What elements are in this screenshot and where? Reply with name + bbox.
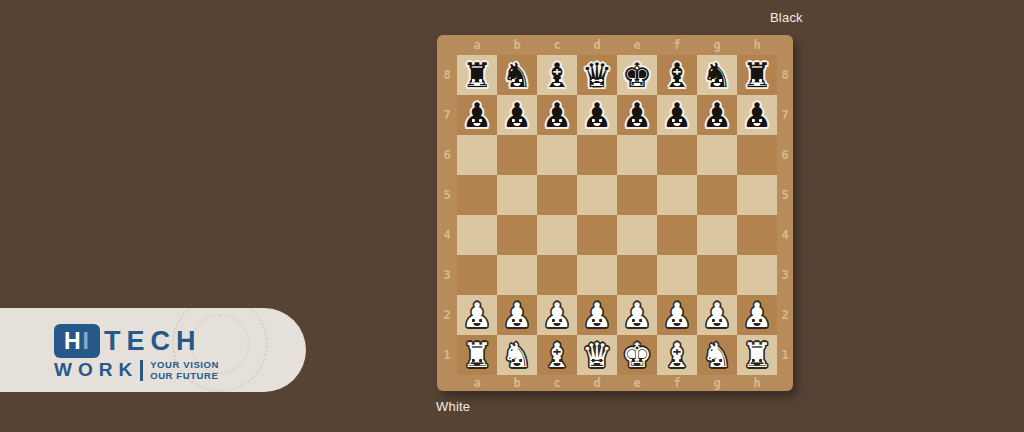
rank-label-right-5: 5 xyxy=(777,175,793,215)
piece-black-rook[interactable]: ♜ xyxy=(737,55,777,95)
piece-black-knight[interactable]: ♞ xyxy=(697,55,737,95)
square-h8[interactable]: ♜ xyxy=(737,55,777,95)
square-h5[interactable] xyxy=(737,175,777,215)
square-g3[interactable] xyxy=(697,255,737,295)
piece-black-rook[interactable]: ♜ xyxy=(457,55,497,95)
player-label-black: Black xyxy=(770,10,803,25)
square-e6[interactable] xyxy=(617,135,657,175)
piece-black-pawn[interactable]: ♟ xyxy=(457,95,497,135)
piece-white-rook[interactable]: ♜ xyxy=(737,335,777,375)
logo-divider xyxy=(140,360,143,381)
piece-face xyxy=(552,119,563,127)
piece-face xyxy=(712,359,723,367)
square-e1[interactable]: ♚ xyxy=(617,335,657,375)
square-b2[interactable]: ♟ xyxy=(497,295,537,335)
piece-face xyxy=(672,79,683,87)
piece-face xyxy=(632,79,643,87)
piece-white-pawn[interactable]: ♟ xyxy=(537,295,577,335)
square-d4[interactable] xyxy=(577,215,617,255)
piece-white-rook[interactable]: ♜ xyxy=(457,335,497,375)
file-label-b: b xyxy=(497,375,537,391)
square-c2[interactable]: ♟ xyxy=(537,295,577,335)
square-a4[interactable] xyxy=(457,215,497,255)
file-label-a: a xyxy=(457,375,497,391)
piece-face xyxy=(512,119,523,127)
piece-white-bishop[interactable]: ♝ xyxy=(657,335,697,375)
square-c6[interactable] xyxy=(537,135,577,175)
piece-white-king[interactable]: ♚ xyxy=(617,335,657,375)
square-e4[interactable] xyxy=(617,215,657,255)
rank-label-left-1: 1 xyxy=(437,335,457,375)
piece-black-king[interactable]: ♚ xyxy=(617,55,657,95)
rank-label-left-5: 5 xyxy=(437,175,457,215)
piece-black-pawn[interactable]: ♟ xyxy=(737,95,777,135)
piece-black-pawn[interactable]: ♟ xyxy=(657,95,697,135)
rank-label-right-3: 3 xyxy=(777,255,793,295)
rank-label-right-2: 2 xyxy=(777,295,793,335)
file-label-h: h xyxy=(737,375,777,391)
piece-face xyxy=(552,79,563,87)
square-b1[interactable]: ♞ xyxy=(497,335,537,375)
piece-face xyxy=(512,359,523,367)
piece-face xyxy=(592,79,603,87)
file-label-c: c xyxy=(537,375,577,391)
square-h1[interactable]: ♜ xyxy=(737,335,777,375)
rank-label-left-3: 3 xyxy=(437,255,457,295)
piece-face xyxy=(752,119,763,127)
piece-white-pawn[interactable]: ♟ xyxy=(617,295,657,335)
square-d7[interactable]: ♟ xyxy=(577,95,617,135)
square-d2[interactable]: ♟ xyxy=(577,295,617,335)
rank-label-right-7: 7 xyxy=(777,95,793,135)
piece-face xyxy=(632,119,643,127)
logo-h-letter: H xyxy=(64,328,82,355)
square-d5[interactable] xyxy=(577,175,617,215)
square-a1[interactable]: ♜ xyxy=(457,335,497,375)
square-g6[interactable] xyxy=(697,135,737,175)
piece-face xyxy=(672,359,683,367)
square-g8[interactable]: ♞ xyxy=(697,55,737,95)
square-h6[interactable] xyxy=(737,135,777,175)
square-b5[interactable] xyxy=(497,175,537,215)
square-g4[interactable] xyxy=(697,215,737,255)
piece-black-bishop[interactable]: ♝ xyxy=(537,55,577,95)
piece-white-knight[interactable]: ♞ xyxy=(497,335,537,375)
square-b6[interactable] xyxy=(497,135,537,175)
square-f7[interactable]: ♟ xyxy=(657,95,697,135)
piece-face xyxy=(472,79,483,87)
square-h2[interactable]: ♟ xyxy=(737,295,777,335)
page: Black abcdefgh8♜♞♝♛♚♝♞♜87♟♟♟♟♟♟♟♟7665544… xyxy=(0,0,1024,432)
square-g1[interactable]: ♞ xyxy=(697,335,737,375)
square-f4[interactable] xyxy=(657,215,697,255)
piece-white-pawn[interactable]: ♟ xyxy=(697,295,737,335)
piece-face xyxy=(672,119,683,127)
logo-i-letter: I xyxy=(83,328,90,355)
piece-face xyxy=(712,319,723,327)
file-label-d: d xyxy=(577,375,617,391)
piece-face xyxy=(472,319,483,327)
square-g2[interactable]: ♟ xyxy=(697,295,737,335)
piece-face xyxy=(592,319,603,327)
file-label-d: d xyxy=(577,35,617,55)
file-label-a: a xyxy=(457,35,497,55)
file-label-f: f xyxy=(657,35,697,55)
square-f5[interactable] xyxy=(657,175,697,215)
square-d6[interactable] xyxy=(577,135,617,175)
logo-work-text: WORK xyxy=(54,359,138,381)
piece-black-knight[interactable]: ♞ xyxy=(497,55,537,95)
frame-corner xyxy=(437,35,457,55)
square-h4[interactable] xyxy=(737,215,777,255)
file-label-f: f xyxy=(657,375,697,391)
file-label-e: e xyxy=(617,35,657,55)
file-label-h: h xyxy=(737,35,777,55)
piece-black-pawn[interactable]: ♟ xyxy=(697,95,737,135)
piece-face xyxy=(632,319,643,327)
square-b7[interactable]: ♟ xyxy=(497,95,537,135)
frame-corner xyxy=(777,35,793,55)
file-label-g: g xyxy=(697,35,737,55)
square-g5[interactable] xyxy=(697,175,737,215)
square-a8[interactable]: ♜ xyxy=(457,55,497,95)
logo-tagline-line2: OUR FUTURE xyxy=(150,370,219,381)
file-label-c: c xyxy=(537,35,577,55)
piece-white-queen[interactable]: ♛ xyxy=(577,335,617,375)
piece-face xyxy=(752,79,763,87)
square-c3[interactable] xyxy=(537,255,577,295)
rank-label-right-6: 6 xyxy=(777,135,793,175)
square-g7[interactable]: ♟ xyxy=(697,95,737,135)
piece-face xyxy=(592,119,603,127)
piece-face xyxy=(712,119,723,127)
square-a5[interactable] xyxy=(457,175,497,215)
piece-white-pawn[interactable]: ♟ xyxy=(457,295,497,335)
piece-face xyxy=(512,79,523,87)
rank-label-left-7: 7 xyxy=(437,95,457,135)
square-a3[interactable] xyxy=(457,255,497,295)
rank-label-left-6: 6 xyxy=(437,135,457,175)
square-a2[interactable]: ♟ xyxy=(457,295,497,335)
piece-face xyxy=(552,359,563,367)
piece-face xyxy=(592,359,603,367)
piece-black-bishop[interactable]: ♝ xyxy=(657,55,697,95)
piece-face xyxy=(472,359,483,367)
piece-black-pawn[interactable]: ♟ xyxy=(617,95,657,135)
piece-black-queen[interactable]: ♛ xyxy=(577,55,617,95)
square-a7[interactable]: ♟ xyxy=(457,95,497,135)
rank-label-right-1: 1 xyxy=(777,335,793,375)
square-c4[interactable] xyxy=(537,215,577,255)
frame-corner xyxy=(777,375,793,391)
square-d3[interactable] xyxy=(577,255,617,295)
piece-white-pawn[interactable]: ♟ xyxy=(737,295,777,335)
player-label-white: White xyxy=(436,399,470,414)
logo-hi-box: HI xyxy=(54,324,100,358)
square-b4[interactable] xyxy=(497,215,537,255)
rank-label-left-4: 4 xyxy=(437,215,457,255)
square-d1[interactable]: ♛ xyxy=(577,335,617,375)
brand-watermark: HI TECH WORK YOUR VISION OUR FUTURE xyxy=(0,308,306,392)
square-f2[interactable]: ♟ xyxy=(657,295,697,335)
square-f8[interactable]: ♝ xyxy=(657,55,697,95)
file-label-g: g xyxy=(697,375,737,391)
square-c7[interactable]: ♟ xyxy=(537,95,577,135)
piece-white-knight[interactable]: ♞ xyxy=(697,335,737,375)
piece-face xyxy=(752,359,763,367)
piece-white-pawn[interactable]: ♟ xyxy=(657,295,697,335)
logo-tagline: YOUR VISION OUR FUTURE xyxy=(150,359,219,382)
square-f3[interactable] xyxy=(657,255,697,295)
square-b8[interactable]: ♞ xyxy=(497,55,537,95)
chess-board: abcdefgh8♜♞♝♛♚♝♞♜87♟♟♟♟♟♟♟♟7665544332♟♟♟… xyxy=(437,35,793,391)
piece-face xyxy=(552,319,563,327)
rank-label-left-8: 8 xyxy=(437,55,457,95)
piece-face xyxy=(472,119,483,127)
piece-face xyxy=(632,359,643,367)
piece-face xyxy=(752,319,763,327)
square-f6[interactable] xyxy=(657,135,697,175)
square-b3[interactable] xyxy=(497,255,537,295)
piece-black-pawn[interactable]: ♟ xyxy=(497,95,537,135)
square-e8[interactable]: ♚ xyxy=(617,55,657,95)
file-label-b: b xyxy=(497,35,537,55)
piece-face xyxy=(712,79,723,87)
piece-face xyxy=(672,319,683,327)
logo-tech-text: TECH xyxy=(104,326,202,357)
square-e5[interactable] xyxy=(617,175,657,215)
hitechwork-logo: HI TECH WORK YOUR VISION OUR FUTURE xyxy=(54,324,219,382)
logo-tagline-line1: YOUR VISION xyxy=(150,359,219,370)
square-f1[interactable]: ♝ xyxy=(657,335,697,375)
rank-label-right-4: 4 xyxy=(777,215,793,255)
square-e2[interactable]: ♟ xyxy=(617,295,657,335)
square-c1[interactable]: ♝ xyxy=(537,335,577,375)
piece-white-pawn[interactable]: ♟ xyxy=(497,295,537,335)
square-h7[interactable]: ♟ xyxy=(737,95,777,135)
square-h3[interactable] xyxy=(737,255,777,295)
square-c5[interactable] xyxy=(537,175,577,215)
square-d8[interactable]: ♛ xyxy=(577,55,617,95)
piece-black-pawn[interactable]: ♟ xyxy=(537,95,577,135)
square-e7[interactable]: ♟ xyxy=(617,95,657,135)
piece-face xyxy=(512,319,523,327)
piece-white-pawn[interactable]: ♟ xyxy=(577,295,617,335)
square-e3[interactable] xyxy=(617,255,657,295)
rank-label-right-8: 8 xyxy=(777,55,793,95)
piece-white-bishop[interactable]: ♝ xyxy=(537,335,577,375)
square-a6[interactable] xyxy=(457,135,497,175)
square-c8[interactable]: ♝ xyxy=(537,55,577,95)
piece-black-pawn[interactable]: ♟ xyxy=(577,95,617,135)
file-label-e: e xyxy=(617,375,657,391)
frame-corner xyxy=(437,375,457,391)
rank-label-left-2: 2 xyxy=(437,295,457,335)
